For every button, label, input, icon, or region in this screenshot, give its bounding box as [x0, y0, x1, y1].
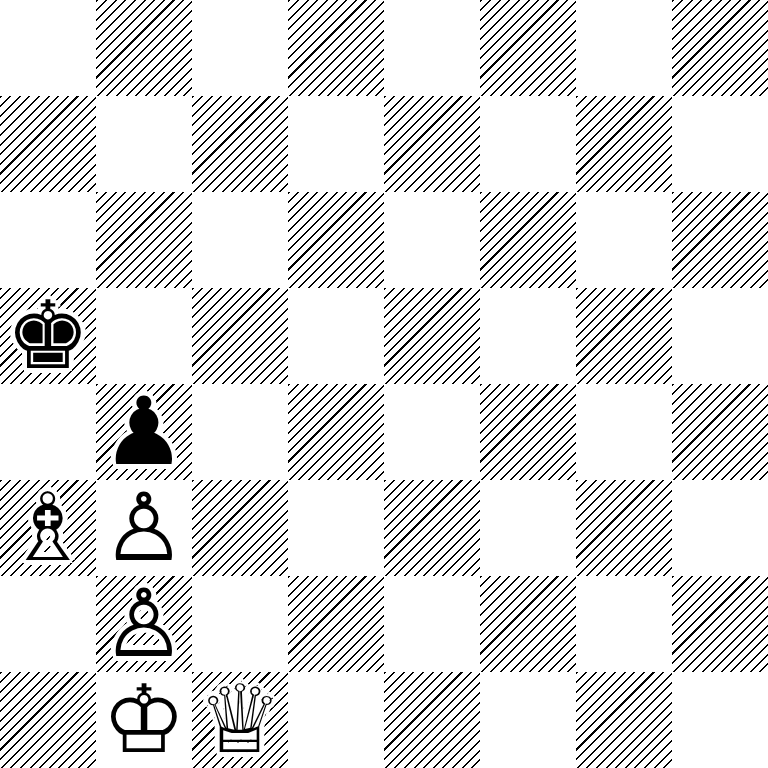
black-pawn-icon[interactable]: ♟ — [102, 384, 186, 480]
square-a3[interactable]: ♗ — [0, 480, 96, 576]
square-f1[interactable] — [480, 672, 576, 768]
square-g4[interactable] — [576, 384, 672, 480]
white-king-icon[interactable]: ♔ — [102, 672, 186, 768]
chess-board: ♚♟♗♙♙♔♕ — [0, 0, 768, 768]
square-c6[interactable] — [192, 192, 288, 288]
square-g6[interactable] — [576, 192, 672, 288]
square-e6[interactable] — [384, 192, 480, 288]
square-f2[interactable] — [480, 576, 576, 672]
square-d7[interactable] — [288, 96, 384, 192]
square-d3[interactable] — [288, 480, 384, 576]
square-h8[interactable] — [672, 0, 768, 96]
square-e5[interactable] — [384, 288, 480, 384]
square-d1[interactable] — [288, 672, 384, 768]
square-f5[interactable] — [480, 288, 576, 384]
square-g2[interactable] — [576, 576, 672, 672]
white-pawn-icon[interactable]: ♙ — [102, 576, 186, 672]
square-h6[interactable] — [672, 192, 768, 288]
square-b8[interactable] — [96, 0, 192, 96]
square-a2[interactable] — [0, 576, 96, 672]
square-g1[interactable] — [576, 672, 672, 768]
square-h3[interactable] — [672, 480, 768, 576]
white-queen-icon[interactable]: ♕ — [198, 672, 282, 768]
white-bishop-icon[interactable]: ♗ — [6, 480, 90, 576]
square-d4[interactable] — [288, 384, 384, 480]
square-g3[interactable] — [576, 480, 672, 576]
square-b3[interactable]: ♙ — [96, 480, 192, 576]
square-g8[interactable] — [576, 0, 672, 96]
square-a7[interactable] — [0, 96, 96, 192]
square-a4[interactable] — [0, 384, 96, 480]
square-e2[interactable] — [384, 576, 480, 672]
square-a5[interactable]: ♚ — [0, 288, 96, 384]
square-g7[interactable] — [576, 96, 672, 192]
square-f4[interactable] — [480, 384, 576, 480]
square-a6[interactable] — [0, 192, 96, 288]
square-c8[interactable] — [192, 0, 288, 96]
square-h4[interactable] — [672, 384, 768, 480]
square-a1[interactable] — [0, 672, 96, 768]
square-e4[interactable] — [384, 384, 480, 480]
square-e3[interactable] — [384, 480, 480, 576]
square-d5[interactable] — [288, 288, 384, 384]
square-b1[interactable]: ♔ — [96, 672, 192, 768]
square-c2[interactable] — [192, 576, 288, 672]
square-d8[interactable] — [288, 0, 384, 96]
square-c1[interactable]: ♕ — [192, 672, 288, 768]
square-b2[interactable]: ♙ — [96, 576, 192, 672]
black-king-icon[interactable]: ♚ — [6, 288, 90, 384]
square-f7[interactable] — [480, 96, 576, 192]
square-e1[interactable] — [384, 672, 480, 768]
square-b6[interactable] — [96, 192, 192, 288]
square-h7[interactable] — [672, 96, 768, 192]
square-a8[interactable] — [0, 0, 96, 96]
square-c3[interactable] — [192, 480, 288, 576]
square-e8[interactable] — [384, 0, 480, 96]
square-h1[interactable] — [672, 672, 768, 768]
square-c4[interactable] — [192, 384, 288, 480]
square-b7[interactable] — [96, 96, 192, 192]
square-c7[interactable] — [192, 96, 288, 192]
square-h5[interactable] — [672, 288, 768, 384]
square-d2[interactable] — [288, 576, 384, 672]
square-d6[interactable] — [288, 192, 384, 288]
square-h2[interactable] — [672, 576, 768, 672]
square-c5[interactable] — [192, 288, 288, 384]
square-g5[interactable] — [576, 288, 672, 384]
square-f8[interactable] — [480, 0, 576, 96]
white-pawn-icon[interactable]: ♙ — [102, 480, 186, 576]
square-f3[interactable] — [480, 480, 576, 576]
square-b4[interactable]: ♟ — [96, 384, 192, 480]
square-b5[interactable] — [96, 288, 192, 384]
square-e7[interactable] — [384, 96, 480, 192]
square-f6[interactable] — [480, 192, 576, 288]
